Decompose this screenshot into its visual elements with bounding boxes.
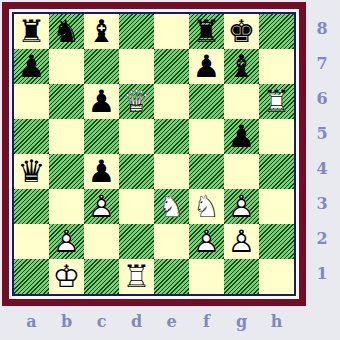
piece-black-king: ♚ [224,14,259,49]
square-a7[interactable]: ♟ [14,49,49,84]
chess-diagram-screen: ♜♞♝♜♚♟♟♝♟♛♕♜♖♟♛♟♟♙♞♘♞♘♟♙♟♙♟♙♟♙♚♔♜♖ 8 7 6… [0,0,340,340]
piece-black-pawn: ♟ [224,119,259,154]
file-label-c: c [84,306,119,338]
square-c7[interactable] [84,49,119,84]
square-g1[interactable] [224,259,259,294]
square-h6[interactable]: ♜♖ [259,84,294,119]
piece-black-rook: ♜ [189,14,224,49]
square-g7[interactable]: ♝ [224,49,259,84]
square-f3[interactable]: ♞♘ [189,189,224,224]
square-h7[interactable] [259,49,294,84]
square-d2[interactable] [119,224,154,259]
square-h2[interactable] [259,224,294,259]
square-f8[interactable]: ♜ [189,14,224,49]
square-e5[interactable] [154,119,189,154]
board-frame-navy-line: ♜♞♝♜♚♟♟♝♟♛♕♜♖♟♛♟♟♙♞♘♞♘♟♙♟♙♟♙♟♙♚♔♜♖ [12,12,296,296]
piece-black-pawn: ♟ [189,49,224,84]
square-e6[interactable] [154,84,189,119]
piece-white-pawn: ♟♙ [224,189,259,224]
square-g8[interactable]: ♚ [224,14,259,49]
piece-white-pawn: ♟♙ [224,224,259,259]
rank-label-4: 4 [306,151,338,186]
square-h1[interactable] [259,259,294,294]
square-d5[interactable] [119,119,154,154]
square-c6[interactable]: ♟ [84,84,119,119]
square-b4[interactable] [49,154,84,189]
square-d8[interactable] [119,14,154,49]
file-label-e: e [154,306,189,338]
rank-labels: 8 7 6 5 4 3 2 1 [306,11,338,291]
square-h5[interactable] [259,119,294,154]
rank-label-5: 5 [306,116,338,151]
square-a3[interactable] [14,189,49,224]
square-b3[interactable] [49,189,84,224]
square-d6[interactable]: ♛♕ [119,84,154,119]
rank-label-7: 7 [306,46,338,81]
square-d3[interactable] [119,189,154,224]
square-b8[interactable]: ♞ [49,14,84,49]
piece-white-queen: ♛♕ [119,84,154,119]
piece-black-queen: ♛ [14,154,49,189]
piece-black-bishop: ♝ [224,49,259,84]
piece-white-rook: ♜♖ [119,259,154,294]
rank-label-3: 3 [306,186,338,221]
piece-white-king: ♚♔ [49,259,84,294]
piece-black-pawn: ♟ [84,84,119,119]
square-f6[interactable] [189,84,224,119]
rank-label-2: 2 [306,221,338,256]
piece-white-knight: ♞♘ [154,189,189,224]
square-f5[interactable] [189,119,224,154]
square-e7[interactable] [154,49,189,84]
piece-white-pawn: ♟♙ [189,224,224,259]
square-b7[interactable] [49,49,84,84]
piece-black-pawn: ♟ [14,49,49,84]
file-labels: a b c d e f g h [14,306,294,338]
square-b1[interactable]: ♚♔ [49,259,84,294]
square-f4[interactable] [189,154,224,189]
square-g2[interactable]: ♟♙ [224,224,259,259]
square-g3[interactable]: ♟♙ [224,189,259,224]
square-c3[interactable]: ♟♙ [84,189,119,224]
square-b6[interactable] [49,84,84,119]
square-g5[interactable]: ♟ [224,119,259,154]
square-e3[interactable]: ♞♘ [154,189,189,224]
square-a4[interactable]: ♛ [14,154,49,189]
square-f2[interactable]: ♟♙ [189,224,224,259]
square-d4[interactable] [119,154,154,189]
square-f7[interactable]: ♟ [189,49,224,84]
square-c4[interactable]: ♟ [84,154,119,189]
square-e2[interactable] [154,224,189,259]
square-c8[interactable]: ♝ [84,14,119,49]
square-a6[interactable] [14,84,49,119]
piece-black-pawn: ♟ [84,154,119,189]
file-label-b: b [49,306,84,338]
file-label-h: h [259,306,294,338]
square-e4[interactable] [154,154,189,189]
square-e1[interactable] [154,259,189,294]
square-c5[interactable] [84,119,119,154]
square-e8[interactable] [154,14,189,49]
piece-white-rook: ♜♖ [259,84,294,119]
piece-white-pawn: ♟♙ [84,189,119,224]
rank-label-6: 6 [306,81,338,116]
rank-label-8: 8 [306,11,338,46]
square-a2[interactable] [14,224,49,259]
rank-label-1: 1 [306,256,338,291]
square-b5[interactable] [49,119,84,154]
piece-black-bishop: ♝ [84,14,119,49]
square-g4[interactable] [224,154,259,189]
square-a1[interactable] [14,259,49,294]
square-h8[interactable] [259,14,294,49]
square-b2[interactable]: ♟♙ [49,224,84,259]
square-c2[interactable] [84,224,119,259]
file-label-d: d [119,306,154,338]
piece-white-knight: ♞♘ [189,189,224,224]
piece-black-knight: ♞ [49,14,84,49]
piece-white-pawn: ♟♙ [49,224,84,259]
square-g6[interactable] [224,84,259,119]
square-d1[interactable]: ♜♖ [119,259,154,294]
chess-board: ♜♞♝♜♚♟♟♝♟♛♕♜♖♟♛♟♟♙♞♘♞♘♟♙♟♙♟♙♟♙♚♔♜♖ [14,14,294,294]
square-a8[interactable]: ♜ [14,14,49,49]
square-a5[interactable] [14,119,49,154]
square-h3[interactable] [259,189,294,224]
square-h4[interactable] [259,154,294,189]
square-c1[interactable] [84,259,119,294]
square-d7[interactable] [119,49,154,84]
file-label-f: f [189,306,224,338]
square-f1[interactable] [189,259,224,294]
piece-black-rook: ♜ [14,14,49,49]
file-label-g: g [224,306,259,338]
board-frame-white-line: ♜♞♝♜♚♟♟♝♟♛♕♜♖♟♛♟♟♙♞♘♞♘♟♙♟♙♟♙♟♙♚♔♜♖ [9,9,299,299]
board-frame-outer: ♜♞♝♜♚♟♟♝♟♛♕♜♖♟♛♟♟♙♞♘♞♘♟♙♟♙♟♙♟♙♚♔♜♖ [2,2,306,306]
file-label-a: a [14,306,49,338]
